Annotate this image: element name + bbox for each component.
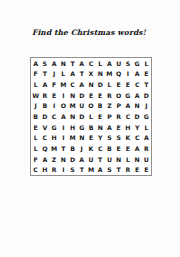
- grid-cell: B: [31, 111, 40, 122]
- grid-cell: K: [86, 143, 95, 154]
- grid-cell: A: [96, 164, 105, 175]
- grid-cell: A: [105, 122, 114, 133]
- grid-cell: N: [86, 79, 95, 90]
- grid-cell: G: [123, 90, 132, 101]
- grid-cell: D: [96, 79, 105, 90]
- grid-cell: T: [77, 164, 86, 175]
- grid-cell: R: [114, 111, 123, 122]
- grid-cell: Q: [40, 143, 49, 154]
- grid-cell: G: [133, 58, 142, 69]
- grid-cell: L: [31, 132, 40, 143]
- grid-cell: P: [114, 101, 123, 112]
- grid-cell: L: [123, 154, 132, 165]
- grid-cell: U: [86, 154, 95, 165]
- grid-cell: N: [68, 90, 77, 101]
- grid-cell: W: [31, 90, 40, 101]
- grid-cell: T: [68, 58, 77, 69]
- grid-cell: G: [77, 122, 86, 133]
- grid-cell: L: [59, 69, 68, 80]
- grid-cell: B: [96, 101, 105, 112]
- grid-cell: M: [68, 132, 77, 143]
- grid-cell: E: [86, 90, 95, 101]
- grid-cell: M: [68, 101, 77, 112]
- grid-cell: C: [40, 132, 49, 143]
- grid-cell: D: [133, 111, 142, 122]
- grid-cell: L: [31, 79, 40, 90]
- grid-cell: B: [68, 143, 77, 154]
- grid-cell: E: [96, 90, 105, 101]
- grid-cell: N: [77, 132, 86, 143]
- grid-cell: E: [86, 132, 95, 143]
- grid-cell: R: [40, 90, 49, 101]
- grid-cell: D: [142, 90, 151, 101]
- grid-cell: S: [123, 58, 132, 69]
- grid-cell: M: [86, 164, 95, 175]
- grid-cell: N: [59, 154, 68, 165]
- grid-cell: Q: [114, 69, 123, 80]
- grid-cell: E: [114, 79, 123, 90]
- grid-cell: A: [59, 111, 68, 122]
- grid-cell: B: [40, 101, 49, 112]
- grid-cell: L: [31, 143, 40, 154]
- grid-cell: N: [114, 154, 123, 165]
- grid-cell: A: [31, 58, 40, 69]
- grid-cell: E: [142, 164, 151, 175]
- grid-cell: E: [114, 143, 123, 154]
- grid-cell: R: [105, 90, 114, 101]
- grid-cell: A: [40, 154, 49, 165]
- grid-cell: G: [142, 111, 151, 122]
- grid-cell: I: [59, 90, 68, 101]
- grid-cell: J: [77, 143, 86, 154]
- grid-cell: D: [68, 154, 77, 165]
- grid-cell: S: [114, 132, 123, 143]
- grid-cell: U: [77, 101, 86, 112]
- grid-cell: E: [142, 69, 151, 80]
- grid-cell: C: [123, 111, 132, 122]
- grid-cell: L: [86, 111, 95, 122]
- grid-cell: C: [31, 164, 40, 175]
- grid-cell: Z: [49, 154, 58, 165]
- grid-cell: R: [123, 164, 132, 175]
- grid-cell: H: [40, 164, 49, 175]
- grid-cell: Z: [105, 101, 114, 112]
- grid-cell: X: [86, 69, 95, 80]
- word-search-grid: ASANTACLAUSGLFTJLATXNMQIAELAFMCANDLEECTW…: [30, 57, 152, 176]
- grid-cell: D: [77, 111, 86, 122]
- grid-cell: C: [86, 58, 95, 69]
- grid-cell: R: [142, 143, 151, 154]
- grid-cell: R: [49, 164, 58, 175]
- grid-cell: A: [142, 132, 151, 143]
- grid-cell: S: [68, 164, 77, 175]
- grid-cell: E: [123, 79, 132, 90]
- grid-cell: C: [49, 111, 58, 122]
- grid-cell: O: [114, 90, 123, 101]
- grid-cell: N: [133, 101, 142, 112]
- grid-cell: I: [59, 122, 68, 133]
- grid-cell: U: [105, 154, 114, 165]
- puzzle-title: Find the Christmas words!: [32, 28, 146, 37]
- grid-cell: S: [105, 164, 114, 175]
- grid-cell: P: [105, 111, 114, 122]
- grid-cell: K: [123, 132, 132, 143]
- grid-cell: C: [133, 79, 142, 90]
- grid-cell: A: [77, 58, 86, 69]
- grid-cell: A: [68, 69, 77, 80]
- grid-cell: E: [123, 143, 132, 154]
- grid-cell: A: [105, 58, 114, 69]
- grid-cell: B: [86, 122, 95, 133]
- grid-cell: I: [59, 132, 68, 143]
- grid-cell: E: [49, 90, 58, 101]
- grid-cell: S: [105, 132, 114, 143]
- grid-cell: F: [31, 154, 40, 165]
- grid-cell: E: [96, 111, 105, 122]
- grid-cell: F: [49, 79, 58, 90]
- grid-cell: N: [96, 69, 105, 80]
- grid-cell: A: [123, 101, 132, 112]
- grid-cell: D: [77, 90, 86, 101]
- grid-cell: C: [96, 143, 105, 154]
- grid-cell: E: [114, 122, 123, 133]
- worksheet-page: Find the Christmas words! ASANTACLAUSGLF…: [0, 0, 180, 257]
- grid-cell: L: [142, 122, 151, 133]
- grid-cell: G: [49, 122, 58, 133]
- grid-cell: V: [40, 122, 49, 133]
- grid-cell: B: [105, 143, 114, 154]
- grid-cell: F: [31, 69, 40, 80]
- grid-cell: T: [96, 154, 105, 165]
- grid-cell: U: [114, 58, 123, 69]
- grid-cell: U: [142, 154, 151, 165]
- grid-cell: O: [59, 101, 68, 112]
- grid-cell: C: [133, 132, 142, 143]
- grid-cell: T: [114, 164, 123, 175]
- grid-cell: A: [77, 79, 86, 90]
- grid-cell: N: [133, 154, 142, 165]
- grid-cell: N: [68, 111, 77, 122]
- grid-cell: H: [49, 132, 58, 143]
- grid-cell: A: [133, 143, 142, 154]
- grid-cell: M: [59, 79, 68, 90]
- grid-cell: T: [77, 69, 86, 80]
- grid-cell: I: [123, 69, 132, 80]
- grid-cell: L: [105, 79, 114, 90]
- grid-cell: I: [59, 164, 68, 175]
- grid-cell: M: [105, 69, 114, 80]
- grid-cell: I: [49, 101, 58, 112]
- grid-cell: H: [68, 122, 77, 133]
- grid-cell: A: [77, 154, 86, 165]
- grid-cell: M: [49, 143, 58, 154]
- grid-cell: J: [49, 69, 58, 80]
- grid-cell: J: [31, 101, 40, 112]
- grid-cell: Y: [133, 122, 142, 133]
- grid-cell: A: [49, 58, 58, 69]
- grid-cell: O: [86, 101, 95, 112]
- grid-cell: N: [96, 122, 105, 133]
- grid-cell: Y: [96, 132, 105, 143]
- grid-cell: S: [40, 58, 49, 69]
- grid-cell: H: [123, 122, 132, 133]
- grid-cell: T: [142, 79, 151, 90]
- grid-cell: D: [40, 111, 49, 122]
- grid-cell: N: [59, 58, 68, 69]
- grid-cell: A: [133, 90, 142, 101]
- grid-cell: T: [40, 69, 49, 80]
- grid-cell: T: [59, 143, 68, 154]
- grid-cell: A: [133, 69, 142, 80]
- grid-cell: E: [133, 164, 142, 175]
- grid-cell: E: [31, 122, 40, 133]
- grid-cell: J: [142, 101, 151, 112]
- grid-cell: L: [96, 58, 105, 69]
- grid-cell: C: [68, 79, 77, 90]
- grid-cell: A: [40, 79, 49, 90]
- grid-cell: L: [142, 58, 151, 69]
